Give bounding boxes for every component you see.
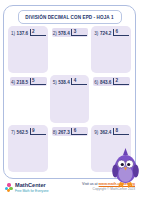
- worksheet-title: DIVISIÓN DECIMAL CON EPD - HOJA 1: [25, 15, 113, 20]
- divisor-box: 6: [113, 29, 129, 36]
- problem-cell: 7) 562.5 9: [8, 125, 48, 172]
- problem-statement: 1) 137.6 2: [10, 28, 47, 37]
- dividend-value: 538.4: [58, 80, 70, 85]
- problem-cell: 2) 578.4 3: [50, 26, 90, 73]
- divisor-box: 9: [30, 128, 46, 135]
- problem-cell: 1) 137.6 2: [8, 26, 48, 73]
- dividend-value: 137.6: [17, 31, 29, 36]
- brand-tagline: Free Math for Everyone: [15, 190, 48, 193]
- problem-statement: 4) 218.5 5: [10, 77, 47, 86]
- problem-cell: 6) 843.6 2: [91, 75, 131, 122]
- divisor-box: 5: [30, 78, 46, 85]
- problem-number: 3): [94, 31, 98, 36]
- dividend-value: 267.3: [58, 130, 70, 135]
- problem-statement: 7) 562.5 9: [10, 127, 47, 136]
- problem-number: 1): [11, 31, 15, 36]
- problem-number: 9): [94, 130, 98, 135]
- problem-statement: 5) 538.4 4: [52, 77, 89, 86]
- purple-bird-mascot-icon: [112, 147, 139, 189]
- dividend-value: 843.6: [100, 80, 112, 85]
- problem-statement: 8) 267.3 6: [52, 127, 89, 136]
- problem-statement: 3) 724.2 6: [93, 28, 130, 37]
- problem-number: 4): [11, 80, 15, 85]
- problem-number: 5): [53, 80, 57, 85]
- worksheet-page: { "game": "decimal-division-worksheet", …: [0, 0, 141, 200]
- problem-statement: 2) 578.4 3: [52, 28, 89, 37]
- problem-cell: 3) 724.2 6: [91, 26, 131, 73]
- problem-number: 6): [94, 80, 98, 85]
- visit-prefix: Visit us at: [82, 182, 99, 186]
- problem-cell: 5) 538.4 4: [50, 75, 90, 122]
- problem-number: 7): [11, 130, 15, 135]
- mathcenter-logo: MathCenter Free Math for Everyone: [5, 183, 48, 193]
- brand-name: MathCenter: [15, 183, 48, 189]
- dividend-value: 218.5: [17, 80, 29, 85]
- problem-cell: 4) 218.5 5: [8, 75, 48, 122]
- problem-number: 8): [53, 130, 57, 135]
- divisor-box: 3: [71, 29, 87, 36]
- problem-statement: 9) 362.4 8: [93, 127, 130, 136]
- problem-statement: 6) 843.6 2: [93, 77, 130, 86]
- divisor-box: 6: [71, 128, 87, 135]
- colored-dots-icon: [5, 183, 13, 192]
- worksheet-title-pill: DIVISIÓN DECIMAL CON EPD - HOJA 1: [18, 10, 122, 24]
- divisor-box: 2: [113, 78, 129, 85]
- dividend-value: 578.4: [58, 31, 70, 36]
- problem-cell: 8) 267.3 6: [50, 125, 90, 172]
- divisor-box: 4: [71, 78, 87, 85]
- problem-number: 2): [53, 31, 57, 36]
- divisor-box: 8: [113, 128, 129, 135]
- dividend-value: 362.4: [100, 130, 112, 135]
- dividend-value: 724.2: [100, 31, 112, 36]
- dividend-value: 562.5: [17, 130, 29, 135]
- divisor-box: 2: [30, 29, 46, 36]
